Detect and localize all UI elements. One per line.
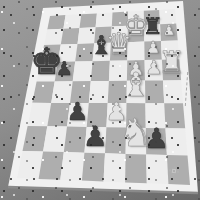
square-h1[interactable] (167, 155, 190, 185)
square-a8[interactable] (47, 15, 65, 29)
board-scene: ♚♜♟♝♛♟♚♟♟♟♜♝♟♟♟♞♟ (0, 0, 200, 200)
square-b2[interactable] (43, 126, 67, 152)
piece-white-rook-h5[interactable]: ♜ (158, 48, 185, 78)
square-c8[interactable] (80, 13, 97, 28)
square-b7[interactable] (61, 28, 80, 44)
piece-white-pawn-h7[interactable]: ♟ (163, 23, 176, 37)
square-b8[interactable] (63, 14, 81, 28)
square-d5[interactable] (91, 61, 110, 81)
piece-white-queen-e6[interactable]: ♛ (105, 29, 132, 59)
piece-black-rook-g7[interactable]: ♜ (142, 15, 163, 38)
square-f1[interactable] (125, 154, 147, 183)
maker-stamp-icon (173, 170, 175, 172)
piece-black-pawn-d2[interactable]: ♟ (83, 123, 108, 151)
square-c5[interactable] (73, 61, 93, 81)
square-g1[interactable] (146, 154, 168, 184)
piece-black-pawn-g2[interactable]: ♟ (144, 124, 169, 152)
square-h4[interactable] (163, 80, 183, 103)
square-e1[interactable] (104, 153, 126, 182)
square-d1[interactable] (82, 153, 105, 182)
photo-canvas: ♚♜♟♝♛♟♚♟♟♟♜♝♟♟♟♞♟ (0, 0, 200, 200)
piece-black-pawn-b5[interactable]: ♟ (56, 59, 73, 78)
square-c1[interactable] (60, 152, 84, 181)
